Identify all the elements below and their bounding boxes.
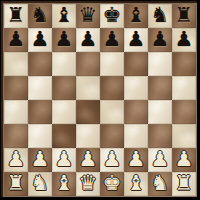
square-f2[interactable]: ♟ [124,148,148,172]
piece-black-rook[interactable]: ♜ [4,4,28,28]
square-b7[interactable]: ♟ [28,28,52,52]
square-h8[interactable]: ♜ [172,4,196,28]
piece-white-pawn[interactable]: ♟ [124,148,148,172]
square-b8[interactable]: ♞ [28,4,52,28]
square-a1[interactable]: ♜ [4,172,28,196]
square-g7[interactable]: ♟ [148,28,172,52]
square-c4[interactable] [52,100,76,124]
piece-black-knight[interactable]: ♞ [28,4,52,28]
piece-black-pawn[interactable]: ♟ [4,28,28,52]
square-f1[interactable]: ♝ [124,172,148,196]
square-e3[interactable] [100,124,124,148]
square-b5[interactable] [28,76,52,100]
piece-white-pawn[interactable]: ♟ [28,148,52,172]
square-d7[interactable]: ♟ [76,28,100,52]
square-e1[interactable]: ♚ [100,172,124,196]
square-d8[interactable]: ♛ [76,4,100,28]
piece-black-pawn[interactable]: ♟ [172,28,196,52]
square-e4[interactable] [100,100,124,124]
piece-black-pawn[interactable]: ♟ [100,28,124,52]
square-a2[interactable]: ♟ [4,148,28,172]
square-e2[interactable]: ♟ [100,148,124,172]
piece-white-knight[interactable]: ♞ [148,172,172,196]
square-g6[interactable] [148,52,172,76]
piece-white-king[interactable]: ♚ [100,172,124,196]
piece-white-rook[interactable]: ♜ [172,172,196,196]
piece-white-knight[interactable]: ♞ [28,172,52,196]
piece-black-king[interactable]: ♚ [100,4,124,28]
square-b4[interactable] [28,100,52,124]
piece-white-pawn[interactable]: ♟ [76,148,100,172]
chess-board: ♜♞♝♛♚♝♞♜♟♟♟♟♟♟♟♟♟♟♟♟♟♟♟♟♜♞♝♛♚♝♞♜ [0,0,198,198]
square-c7[interactable]: ♟ [52,28,76,52]
square-e8[interactable]: ♚ [100,4,124,28]
chess-board-grid[interactable]: ♜♞♝♛♚♝♞♜♟♟♟♟♟♟♟♟♟♟♟♟♟♟♟♟♜♞♝♛♚♝♞♜ [3,3,197,197]
square-b1[interactable]: ♞ [28,172,52,196]
square-h6[interactable] [172,52,196,76]
square-f6[interactable] [124,52,148,76]
square-g3[interactable] [148,124,172,148]
piece-white-bishop[interactable]: ♝ [124,172,148,196]
square-f5[interactable] [124,76,148,100]
square-c3[interactable] [52,124,76,148]
square-b3[interactable] [28,124,52,148]
piece-white-pawn[interactable]: ♟ [100,148,124,172]
piece-white-pawn[interactable]: ♟ [52,148,76,172]
square-d2[interactable]: ♟ [76,148,100,172]
square-c1[interactable]: ♝ [52,172,76,196]
piece-black-rook[interactable]: ♜ [172,4,196,28]
square-a7[interactable]: ♟ [4,28,28,52]
piece-black-knight[interactable]: ♞ [148,4,172,28]
square-a8[interactable]: ♜ [4,4,28,28]
square-g4[interactable] [148,100,172,124]
square-g8[interactable]: ♞ [148,4,172,28]
piece-white-pawn[interactable]: ♟ [172,148,196,172]
piece-white-rook[interactable]: ♜ [4,172,28,196]
square-h4[interactable] [172,100,196,124]
square-b6[interactable] [28,52,52,76]
piece-white-pawn[interactable]: ♟ [148,148,172,172]
square-h5[interactable] [172,76,196,100]
piece-white-queen[interactable]: ♛ [76,172,100,196]
piece-white-bishop[interactable]: ♝ [52,172,76,196]
piece-white-pawn[interactable]: ♟ [4,148,28,172]
square-d5[interactable] [76,76,100,100]
piece-black-queen[interactable]: ♛ [76,4,100,28]
piece-black-pawn[interactable]: ♟ [76,28,100,52]
square-f7[interactable]: ♟ [124,28,148,52]
square-d6[interactable] [76,52,100,76]
square-d4[interactable] [76,100,100,124]
piece-black-pawn[interactable]: ♟ [124,28,148,52]
square-b2[interactable]: ♟ [28,148,52,172]
square-h1[interactable]: ♜ [172,172,196,196]
square-d1[interactable]: ♛ [76,172,100,196]
piece-black-bishop[interactable]: ♝ [124,4,148,28]
square-g5[interactable] [148,76,172,100]
square-c8[interactable]: ♝ [52,4,76,28]
square-f3[interactable] [124,124,148,148]
square-c6[interactable] [52,52,76,76]
square-e7[interactable]: ♟ [100,28,124,52]
piece-black-pawn[interactable]: ♟ [28,28,52,52]
square-a4[interactable] [4,100,28,124]
square-c5[interactable] [52,76,76,100]
square-a3[interactable] [4,124,28,148]
square-a6[interactable] [4,52,28,76]
piece-black-pawn[interactable]: ♟ [148,28,172,52]
square-f4[interactable] [124,100,148,124]
square-h2[interactable]: ♟ [172,148,196,172]
square-f8[interactable]: ♝ [124,4,148,28]
square-g1[interactable]: ♞ [148,172,172,196]
square-g2[interactable]: ♟ [148,148,172,172]
piece-black-bishop[interactable]: ♝ [52,4,76,28]
square-h7[interactable]: ♟ [172,28,196,52]
square-h3[interactable] [172,124,196,148]
square-e6[interactable] [100,52,124,76]
square-d3[interactable] [76,124,100,148]
square-a5[interactable] [4,76,28,100]
piece-black-pawn[interactable]: ♟ [52,28,76,52]
square-c2[interactable]: ♟ [52,148,76,172]
square-e5[interactable] [100,76,124,100]
